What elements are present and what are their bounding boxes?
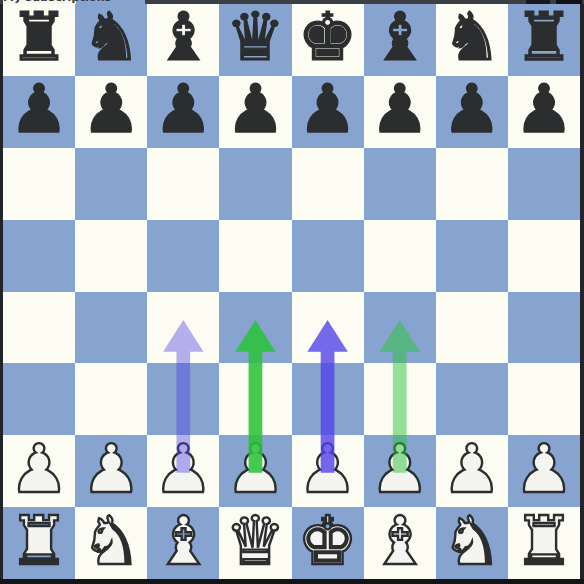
square-b7[interactable]: ♟	[75, 76, 147, 148]
white-pawn: ♟	[225, 436, 285, 503]
square-g8[interactable]: ♞	[436, 4, 508, 76]
black-pawn: ♟	[298, 76, 358, 143]
white-pawn: ♟	[370, 436, 430, 503]
black-pawn: ♟	[370, 76, 430, 143]
black-pawn: ♟	[514, 76, 574, 143]
square-b4[interactable]	[75, 292, 147, 364]
square-h1[interactable]: ♜	[508, 507, 580, 579]
square-b8[interactable]: ♞	[75, 4, 147, 76]
white-queen: ♛	[225, 508, 285, 575]
square-a3[interactable]	[3, 363, 75, 435]
white-pawn: ♟	[81, 436, 141, 503]
square-d6[interactable]	[219, 148, 291, 220]
square-a8[interactable]: ♜	[3, 4, 75, 76]
square-h2[interactable]: ♟	[508, 435, 580, 507]
square-c7[interactable]: ♟	[147, 76, 219, 148]
square-g7[interactable]: ♟	[436, 76, 508, 148]
white-pawn: ♟	[514, 436, 574, 503]
square-e3[interactable]	[292, 363, 364, 435]
white-knight: ♞	[81, 508, 141, 575]
chess-board[interactable]: ♜♞♝♛♚♝♞♜♟♟♟♟♟♟♟♟♟♟♟♟♟♟♟♟♜♞♝♛♚♝♞♜	[3, 4, 580, 579]
square-e6[interactable]	[292, 148, 364, 220]
square-b5[interactable]	[75, 220, 147, 292]
square-a4[interactable]	[3, 292, 75, 364]
white-rook: ♜	[9, 508, 69, 575]
square-c4[interactable]	[147, 292, 219, 364]
square-g1[interactable]: ♞	[436, 507, 508, 579]
square-c5[interactable]	[147, 220, 219, 292]
black-pawn: ♟	[225, 76, 285, 143]
square-e4[interactable]	[292, 292, 364, 364]
square-f7[interactable]: ♟	[364, 76, 436, 148]
square-c8[interactable]: ♝	[147, 4, 219, 76]
black-rook: ♜	[514, 4, 574, 71]
square-c6[interactable]	[147, 148, 219, 220]
black-king: ♚	[298, 4, 358, 71]
square-f8[interactable]: ♝	[364, 4, 436, 76]
square-g5[interactable]	[436, 220, 508, 292]
square-a5[interactable]	[3, 220, 75, 292]
square-f2[interactable]: ♟	[364, 435, 436, 507]
white-pawn: ♟	[442, 436, 502, 503]
square-d8[interactable]: ♛	[219, 4, 291, 76]
square-e8[interactable]: ♚	[292, 4, 364, 76]
square-d4[interactable]	[219, 292, 291, 364]
white-king: ♚	[298, 508, 358, 575]
square-e2[interactable]: ♟	[292, 435, 364, 507]
square-h6[interactable]	[508, 148, 580, 220]
square-b3[interactable]	[75, 363, 147, 435]
black-knight: ♞	[81, 4, 141, 71]
white-pawn: ♟	[298, 436, 358, 503]
black-knight: ♞	[442, 4, 502, 71]
black-bishop: ♝	[370, 4, 430, 71]
square-e5[interactable]	[292, 220, 364, 292]
black-pawn: ♟	[81, 76, 141, 143]
square-f4[interactable]	[364, 292, 436, 364]
square-h3[interactable]	[508, 363, 580, 435]
white-rook: ♜	[514, 508, 574, 575]
square-f1[interactable]: ♝	[364, 507, 436, 579]
square-a6[interactable]	[3, 148, 75, 220]
square-d1[interactable]: ♛	[219, 507, 291, 579]
black-pawn: ♟	[153, 76, 213, 143]
square-g2[interactable]: ♟	[436, 435, 508, 507]
square-d5[interactable]	[219, 220, 291, 292]
black-queen: ♛	[225, 4, 285, 71]
browser-icon-fragment	[526, 0, 550, 4]
page-bottom-edge	[0, 579, 584, 584]
page-top-edge: My subscriptions	[0, 0, 584, 4]
square-c1[interactable]: ♝	[147, 507, 219, 579]
black-pawn: ♟	[9, 76, 69, 143]
square-a1[interactable]: ♜	[3, 507, 75, 579]
clipped-header-text: My subscriptions	[3, 0, 145, 4]
white-pawn: ♟	[9, 436, 69, 503]
square-h8[interactable]: ♜	[508, 4, 580, 76]
top-text: My subscriptions	[3, 0, 145, 4]
white-bishop: ♝	[370, 508, 430, 575]
square-a2[interactable]: ♟	[3, 435, 75, 507]
square-f6[interactable]	[364, 148, 436, 220]
square-d2[interactable]: ♟	[219, 435, 291, 507]
square-b2[interactable]: ♟	[75, 435, 147, 507]
square-h4[interactable]	[508, 292, 580, 364]
browser-icon-fragment	[556, 0, 582, 4]
square-e1[interactable]: ♚	[292, 507, 364, 579]
square-g6[interactable]	[436, 148, 508, 220]
square-h5[interactable]	[508, 220, 580, 292]
white-knight: ♞	[442, 508, 502, 575]
square-d7[interactable]: ♟	[219, 76, 291, 148]
square-c2[interactable]: ♟	[147, 435, 219, 507]
square-g3[interactable]	[436, 363, 508, 435]
square-f3[interactable]	[364, 363, 436, 435]
square-a7[interactable]: ♟	[3, 76, 75, 148]
black-rook: ♜	[9, 4, 69, 71]
square-g4[interactable]	[436, 292, 508, 364]
square-h7[interactable]: ♟	[508, 76, 580, 148]
square-e7[interactable]: ♟	[292, 76, 364, 148]
square-c3[interactable]	[147, 363, 219, 435]
black-pawn: ♟	[442, 76, 502, 143]
square-d3[interactable]	[219, 363, 291, 435]
square-f5[interactable]	[364, 220, 436, 292]
square-b6[interactable]	[75, 148, 147, 220]
white-bishop: ♝	[153, 508, 213, 575]
white-pawn: ♟	[153, 436, 213, 503]
black-bishop: ♝	[153, 4, 213, 71]
square-b1[interactable]: ♞	[75, 507, 147, 579]
